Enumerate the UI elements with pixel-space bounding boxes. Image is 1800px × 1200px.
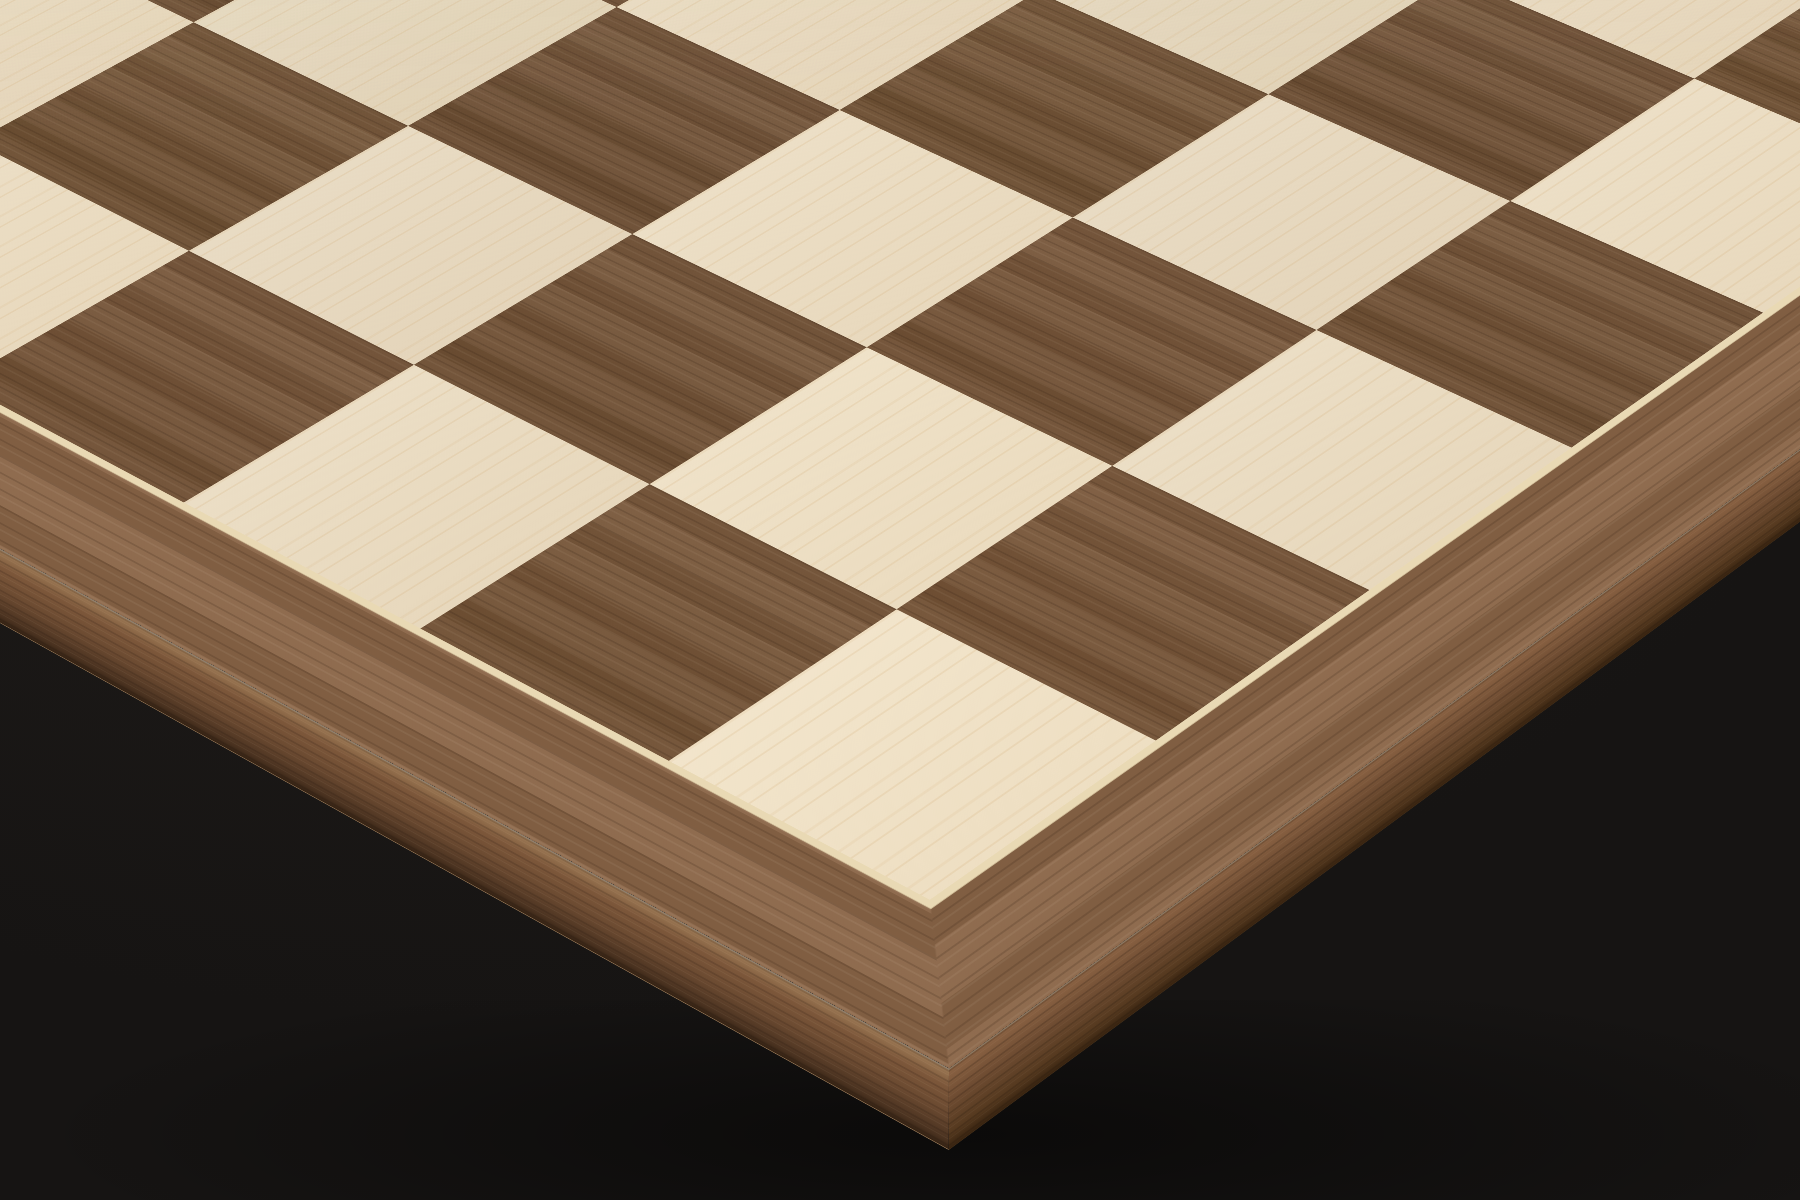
square-e2[interactable] <box>189 126 632 365</box>
perspective-scene <box>0 0 1800 1200</box>
photo-backdrop <box>0 0 1800 1200</box>
square-g4[interactable] <box>1073 94 1511 330</box>
square-d3[interactable] <box>194 0 617 126</box>
square-g1[interactable] <box>420 484 896 761</box>
square-d1[interactable] <box>0 142 189 383</box>
square-e3[interactable] <box>408 7 840 234</box>
square-g2[interactable] <box>650 347 1113 609</box>
square-f5[interactable] <box>1037 0 1455 94</box>
square-f2[interactable] <box>414 234 867 484</box>
square-g6[interactable] <box>1454 0 1800 79</box>
square-f3[interactable] <box>632 110 1072 347</box>
square-g5[interactable] <box>1268 0 1694 201</box>
square-e1[interactable] <box>0 251 414 503</box>
square-h6[interactable] <box>1694 0 1800 185</box>
square-h5[interactable] <box>1510 79 1800 313</box>
square-d4[interactable] <box>403 0 815 7</box>
square-c2[interactable] <box>0 0 194 142</box>
square-h4[interactable] <box>1316 201 1763 448</box>
square-d2[interactable] <box>0 22 408 251</box>
square-g3[interactable] <box>867 218 1317 466</box>
square-f1[interactable] <box>184 365 650 629</box>
square-e4[interactable] <box>617 0 1037 110</box>
chess-board <box>0 0 1800 1068</box>
square-c3[interactable] <box>0 0 403 22</box>
square-f4[interactable] <box>840 0 1269 218</box>
